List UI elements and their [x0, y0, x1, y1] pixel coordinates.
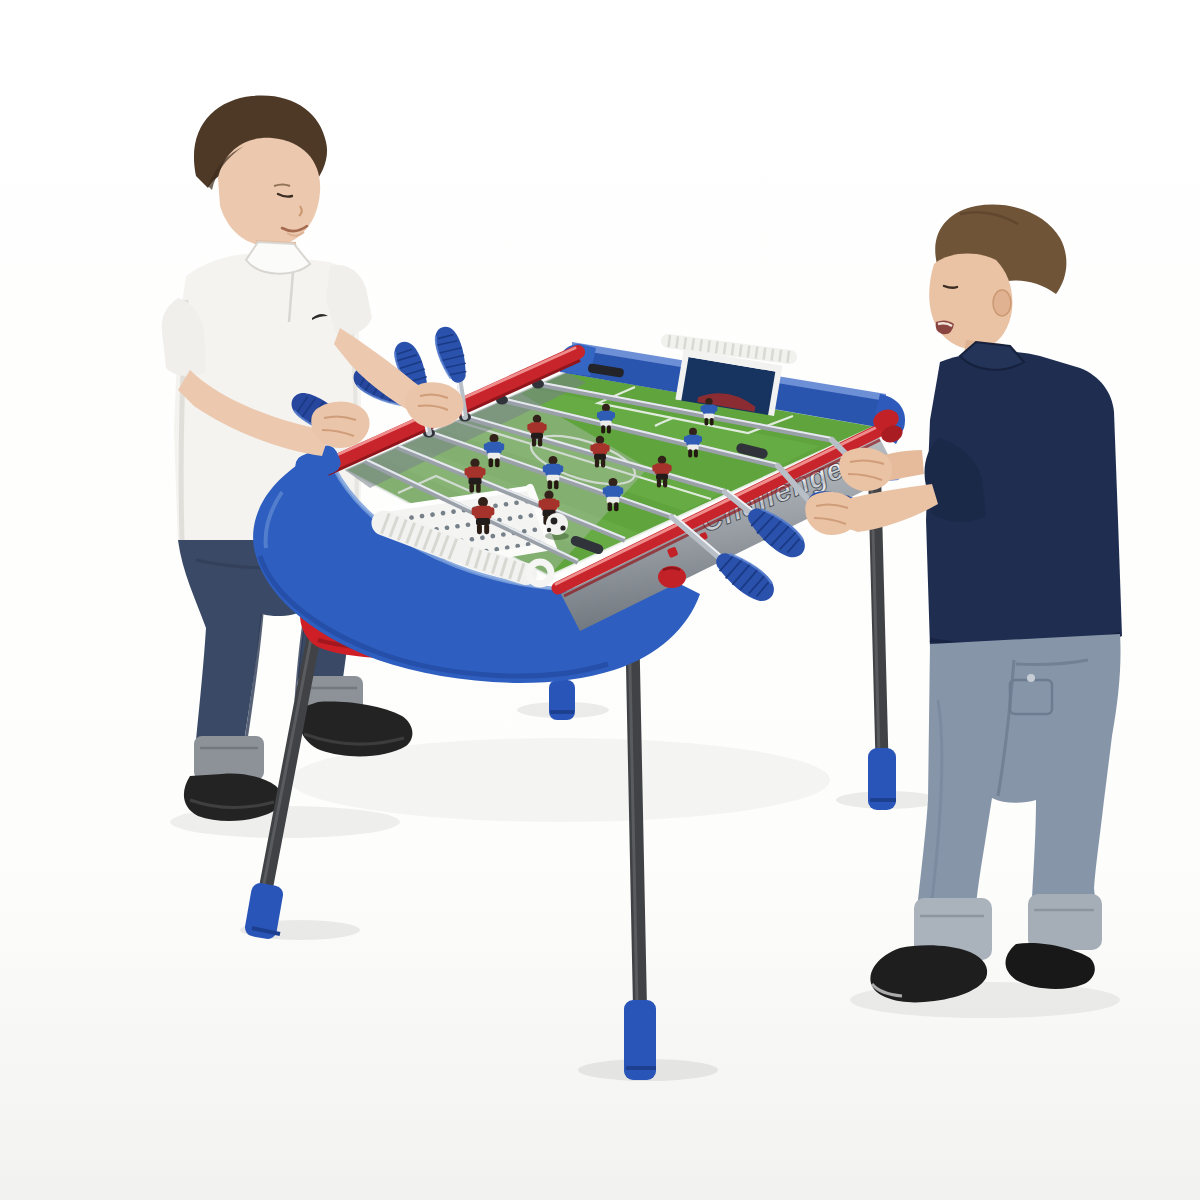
left-boy-left-cuff [194, 736, 264, 780]
ball [545, 513, 569, 540]
rod-bumper [658, 566, 686, 588]
right-boy-right-cuff [1028, 894, 1102, 950]
photo-scene: Challenger [0, 0, 1200, 1200]
right-boy-ear [993, 290, 1011, 316]
left-boy-left-shoe [184, 774, 281, 821]
